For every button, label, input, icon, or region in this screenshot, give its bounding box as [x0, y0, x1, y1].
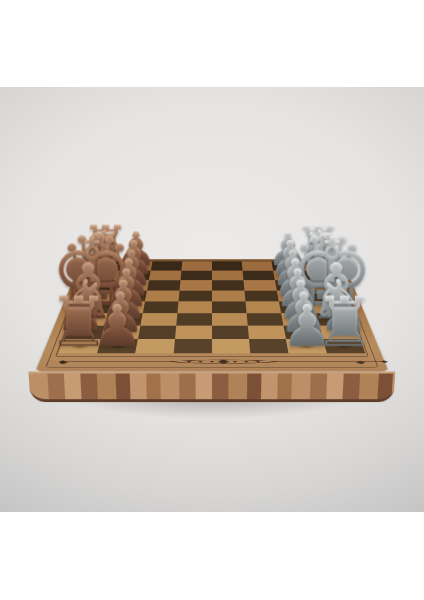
square-c4	[180, 280, 212, 290]
copper-pawn: ♟	[91, 303, 143, 349]
silver-rook: ♜	[314, 294, 376, 349]
square-e5	[212, 302, 247, 314]
square-e4	[177, 302, 212, 314]
square-h8: ♜	[323, 339, 365, 353]
square-d4	[179, 291, 212, 302]
square-f4	[176, 313, 212, 325]
square-f5	[212, 313, 248, 325]
square-a4	[181, 262, 212, 271]
scene: ♜♟♟♜♞♟♟♞♝♟♟♝♛♟♟♛♚♟♟♚♝♟♟♝♞♟♟♞♜♟♟♜	[62, 147, 362, 467]
top-white-band	[0, 0, 424, 87]
studio-backdrop: ♜♟♟♜♞♟♟♞♝♟♟♝♛♟♟♛♚♟♟♚♝♟♟♝♞♟♟♞♜♟♟♜	[0, 87, 424, 512]
square-b4	[180, 271, 212, 281]
square-g4	[175, 326, 212, 339]
square-h2: ♟	[97, 339, 138, 353]
chess-board: ♜♟♟♜♞♟♟♞♝♟♟♝♛♟♟♛♚♟♟♚♝♟♟♝♞♟♟♞♜♟♟♜	[35, 259, 388, 371]
square-h5	[212, 339, 250, 353]
square-d5	[212, 291, 245, 302]
square-g5	[212, 326, 249, 339]
square-a5	[212, 262, 243, 271]
square-b5	[212, 271, 244, 281]
board-squares: ♜♟♟♜♞♟♟♞♝♟♟♝♛♟♟♛♚♟♟♚♝♟♟♝♞♟♟♞♜♟♟♜	[59, 262, 366, 354]
board-front-edge	[28, 371, 395, 402]
product-photo: ♜♟♟♜♞♟♟♞♝♟♟♝♛♟♟♛♚♟♟♚♝♟♟♝♞♟♟♞♜♟♟♜	[0, 0, 424, 600]
inlay-motif	[52, 358, 396, 366]
square-c5	[212, 280, 244, 290]
square-h4	[174, 339, 212, 353]
bottom-white-band	[0, 512, 424, 600]
